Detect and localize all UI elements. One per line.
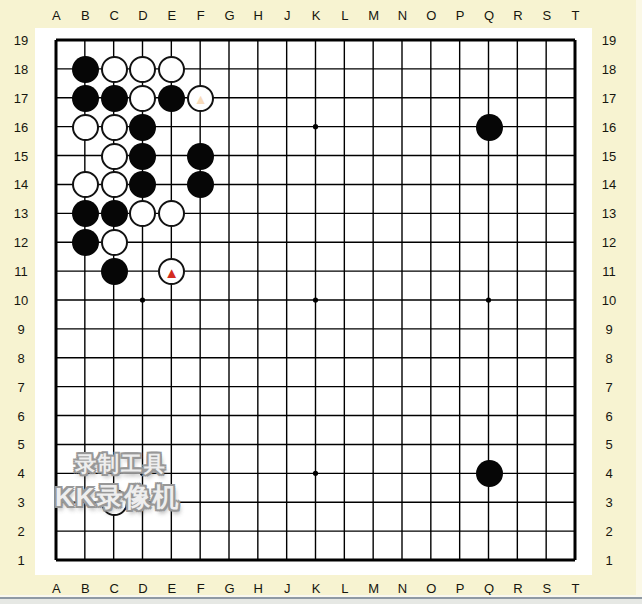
coord-label: E bbox=[157, 582, 186, 595]
white-stone-C14[interactable]: ○ bbox=[101, 171, 128, 198]
black-stone-C17[interactable]: ● bbox=[101, 85, 128, 112]
stone-glyph: ● bbox=[101, 200, 128, 227]
coord-label: M bbox=[359, 9, 388, 22]
coord-label: 4 bbox=[605, 467, 612, 480]
coord-label: 19 bbox=[602, 34, 616, 47]
black-stone-C13[interactable]: ● bbox=[101, 200, 128, 227]
white-stone-D18[interactable]: ○ bbox=[129, 56, 156, 83]
coord-label: 8 bbox=[605, 352, 612, 365]
coord-label: C bbox=[100, 582, 129, 595]
coord-label: N bbox=[388, 582, 417, 595]
stone-glyph: ○ bbox=[103, 145, 126, 168]
coord-label: 9 bbox=[17, 323, 24, 336]
coord-label: 6 bbox=[605, 410, 612, 423]
coord-label: 10 bbox=[14, 294, 28, 307]
triangle-faint-marker: ▲ bbox=[189, 87, 212, 110]
coord-label: 17 bbox=[602, 92, 616, 105]
stone-glyph: ● bbox=[129, 114, 156, 141]
stone-glyph: ○ bbox=[131, 87, 154, 110]
watermark-line2: KK录像机 bbox=[55, 480, 181, 515]
coord-label: 16 bbox=[14, 121, 28, 134]
stone-glyph: ● bbox=[476, 460, 503, 487]
coord-label: 12 bbox=[602, 236, 616, 249]
coord-label: 1 bbox=[17, 554, 24, 567]
coord-label: R bbox=[503, 582, 532, 595]
coord-label: T bbox=[561, 9, 590, 22]
white-stone-C12[interactable]: ○ bbox=[101, 229, 128, 256]
coord-label: S bbox=[532, 9, 561, 22]
stone-glyph: ○ bbox=[103, 58, 126, 81]
coord-label: 5 bbox=[17, 438, 24, 451]
stone-glyph: ● bbox=[101, 85, 128, 112]
coord-label: 4 bbox=[17, 467, 24, 480]
coord-label: 17 bbox=[14, 92, 28, 105]
go-board-screen: ABCDEFGHJKLMNOPQRST ABCDEFGHJKLMNOPQRST … bbox=[0, 0, 642, 604]
black-stone-D16[interactable]: ● bbox=[129, 114, 156, 141]
stone-glyph: ● bbox=[476, 114, 503, 141]
black-stone-Q4[interactable]: ● bbox=[476, 460, 503, 487]
coord-label: J bbox=[273, 9, 302, 22]
white-stone-B16[interactable]: ○ bbox=[72, 114, 99, 141]
coord-label: L bbox=[330, 9, 359, 22]
watermark: 录制工具 KK录像机 bbox=[55, 450, 181, 515]
coord-label: B bbox=[71, 9, 100, 22]
coord-label: A bbox=[42, 582, 71, 595]
coord-label: 3 bbox=[605, 496, 612, 509]
row-labels-right: 19181716151413121110987654321 bbox=[594, 26, 624, 575]
black-stone-B18[interactable]: ● bbox=[72, 56, 99, 83]
coord-label: 7 bbox=[605, 381, 612, 394]
coord-label: H bbox=[244, 9, 273, 22]
coord-label: O bbox=[417, 582, 446, 595]
stone-glyph: ● bbox=[72, 229, 99, 256]
white-stone-D17[interactable]: ○ bbox=[129, 85, 156, 112]
stone-glyph: ○ bbox=[160, 202, 183, 225]
coord-label: 14 bbox=[14, 178, 28, 191]
white-stone-C15[interactable]: ○ bbox=[101, 143, 128, 170]
coord-label: C bbox=[100, 9, 129, 22]
coord-label: R bbox=[503, 9, 532, 22]
coord-label: O bbox=[417, 9, 446, 22]
coord-label: D bbox=[129, 9, 158, 22]
coord-label: G bbox=[215, 9, 244, 22]
coord-label: 9 bbox=[605, 323, 612, 336]
black-stone-F15[interactable]: ● bbox=[187, 143, 214, 170]
black-stone-B17[interactable]: ● bbox=[72, 85, 99, 112]
coord-label: 16 bbox=[602, 121, 616, 134]
coord-label: 13 bbox=[602, 207, 616, 220]
black-stone-B12[interactable]: ● bbox=[72, 229, 99, 256]
stone-glyph: ○ bbox=[103, 116, 126, 139]
white-stone-B14[interactable]: ○ bbox=[72, 171, 99, 198]
row-labels-left: 19181716151413121110987654321 bbox=[6, 26, 36, 575]
coord-label: J bbox=[273, 582, 302, 595]
coord-label: 15 bbox=[14, 150, 28, 163]
coord-label: 8 bbox=[17, 352, 24, 365]
coord-label: 14 bbox=[602, 178, 616, 191]
stone-glyph: ● bbox=[72, 56, 99, 83]
black-stone-D14[interactable]: ● bbox=[129, 171, 156, 198]
stone-glyph: ○ bbox=[189, 87, 212, 110]
coord-label: S bbox=[532, 582, 561, 595]
stone-glyph: ○ bbox=[160, 260, 183, 283]
coord-label: K bbox=[302, 582, 331, 595]
coord-label: 12 bbox=[14, 236, 28, 249]
column-labels-top: ABCDEFGHJKLMNOPQRST bbox=[42, 8, 590, 22]
white-stone-E11[interactable]: ○▲ bbox=[158, 258, 185, 285]
stone-glyph: ● bbox=[101, 258, 128, 285]
coord-label: M bbox=[359, 582, 388, 595]
white-stone-C18[interactable]: ○ bbox=[101, 56, 128, 83]
coord-label: 2 bbox=[605, 525, 612, 538]
coord-label: 3 bbox=[17, 496, 24, 509]
stone-glyph: ● bbox=[187, 171, 214, 198]
stone-glyph: ○ bbox=[74, 116, 97, 139]
stone-glyph: ● bbox=[72, 200, 99, 227]
stone-glyph: ● bbox=[129, 171, 156, 198]
coord-label: G bbox=[215, 582, 244, 595]
stone-glyph: ○ bbox=[74, 173, 97, 196]
stone-glyph: ○ bbox=[160, 58, 183, 81]
coord-label: 11 bbox=[602, 265, 616, 278]
black-stone-D15[interactable]: ● bbox=[129, 143, 156, 170]
coord-label: Q bbox=[475, 9, 504, 22]
coord-label: 13 bbox=[14, 207, 28, 220]
right-highlight-strip bbox=[636, 0, 642, 597]
coord-label: E bbox=[157, 9, 186, 22]
coord-label: K bbox=[302, 9, 331, 22]
coord-label: 11 bbox=[14, 265, 28, 278]
window-edge-bottom bbox=[0, 599, 642, 604]
coord-label: P bbox=[446, 582, 475, 595]
stone-glyph: ● bbox=[158, 85, 185, 112]
stone-glyph: ● bbox=[187, 143, 214, 170]
stone-glyph: ○ bbox=[103, 173, 126, 196]
black-stone-C11[interactable]: ● bbox=[101, 258, 128, 285]
black-stone-E17[interactable]: ● bbox=[158, 85, 185, 112]
stone-glyph: ● bbox=[129, 143, 156, 170]
watermark-line1: 录制工具 bbox=[55, 450, 181, 478]
coord-label: 19 bbox=[14, 34, 28, 47]
stone-glyph: ○ bbox=[131, 58, 154, 81]
coord-label: F bbox=[186, 9, 215, 22]
coord-label: N bbox=[388, 9, 417, 22]
coord-label: 2 bbox=[17, 525, 24, 538]
coord-label: P bbox=[446, 9, 475, 22]
coord-label: 10 bbox=[602, 294, 616, 307]
coord-label: B bbox=[71, 582, 100, 595]
white-stone-E13[interactable]: ○ bbox=[158, 200, 185, 227]
coord-label: T bbox=[561, 582, 590, 595]
coord-label: Q bbox=[475, 582, 504, 595]
coord-label: L bbox=[330, 582, 359, 595]
coord-label: A bbox=[42, 9, 71, 22]
coord-label: 6 bbox=[17, 410, 24, 423]
black-stone-Q16[interactable]: ● bbox=[476, 114, 503, 141]
coord-label: 15 bbox=[602, 150, 616, 163]
stone-glyph: ○ bbox=[103, 231, 126, 254]
white-stone-C16[interactable]: ○ bbox=[101, 114, 128, 141]
coord-label: 18 bbox=[602, 63, 616, 76]
coord-label: 7 bbox=[17, 381, 24, 394]
stone-glyph: ● bbox=[72, 85, 99, 112]
stone-glyph: ○ bbox=[131, 202, 154, 225]
coord-label: 1 bbox=[605, 554, 612, 567]
black-stone-F14[interactable]: ● bbox=[187, 171, 214, 198]
white-stone-E18[interactable]: ○ bbox=[158, 56, 185, 83]
column-labels-bottom: ABCDEFGHJKLMNOPQRST bbox=[42, 581, 590, 595]
white-stone-D13[interactable]: ○ bbox=[129, 200, 156, 227]
coord-label: 5 bbox=[605, 438, 612, 451]
coord-label: 18 bbox=[14, 63, 28, 76]
black-stone-B13[interactable]: ● bbox=[72, 200, 99, 227]
coord-label: F bbox=[186, 582, 215, 595]
white-stone-F17[interactable]: ○▲ bbox=[187, 85, 214, 112]
coord-label: D bbox=[129, 582, 158, 595]
coord-label: H bbox=[244, 582, 273, 595]
triangle-marker: ▲ bbox=[160, 260, 183, 283]
